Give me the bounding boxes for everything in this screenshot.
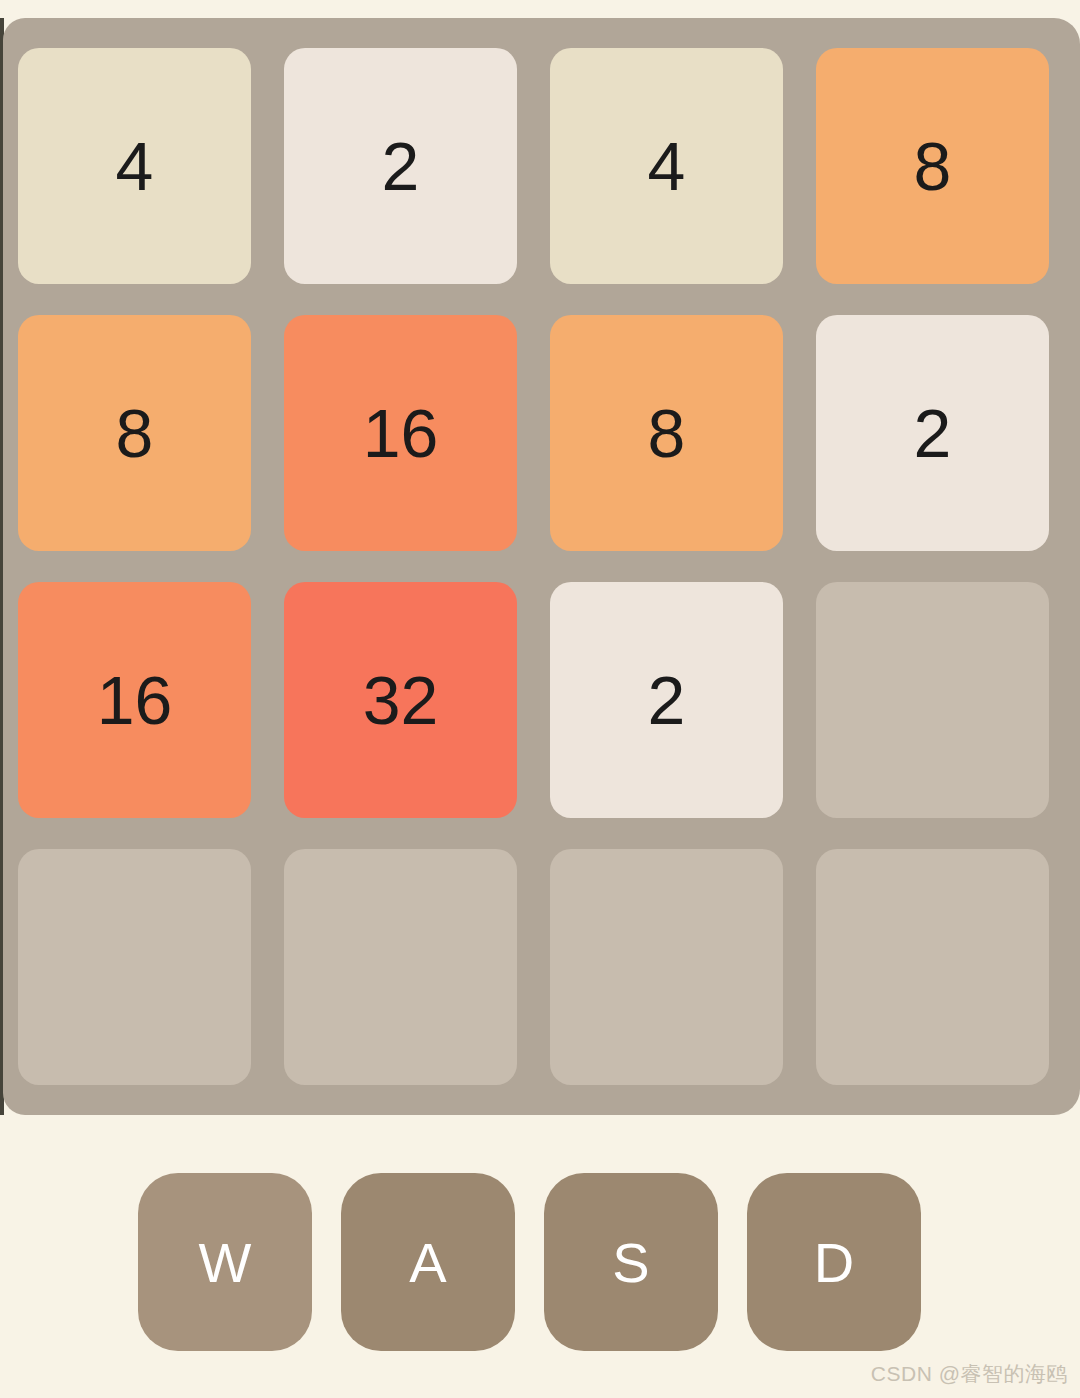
empty-cell-r4c3 bbox=[550, 849, 783, 1085]
tile-value: 32 bbox=[363, 661, 439, 739]
tile-grid: 42488168216322 bbox=[18, 48, 1051, 1085]
empty-cell-r4c4 bbox=[816, 849, 1049, 1085]
tile-2-r1c2: 2 bbox=[284, 48, 517, 284]
key-a-button[interactable]: A bbox=[341, 1173, 515, 1351]
tile-2-r3c3: 2 bbox=[550, 582, 783, 818]
tile-value: 8 bbox=[914, 127, 952, 205]
tile-4-r1c1: 4 bbox=[18, 48, 251, 284]
tile-8-r2c3: 8 bbox=[550, 315, 783, 551]
tile-value: 8 bbox=[116, 394, 154, 472]
tile-value: 2 bbox=[648, 661, 686, 739]
tile-value: 2 bbox=[914, 394, 952, 472]
empty-cell-r4c2 bbox=[284, 849, 517, 1085]
tile-32-r3c2: 32 bbox=[284, 582, 517, 818]
tile-value: 2 bbox=[382, 127, 420, 205]
tile-16-r2c2: 16 bbox=[284, 315, 517, 551]
tile-2-r2c4: 2 bbox=[816, 315, 1049, 551]
key-w-button[interactable]: W bbox=[138, 1173, 312, 1351]
tile-value: 4 bbox=[648, 127, 686, 205]
wasd-controls: W A S D bbox=[138, 1173, 921, 1351]
empty-cell-r4c1 bbox=[18, 849, 251, 1085]
tile-value: 16 bbox=[97, 661, 173, 739]
tile-16-r3c1: 16 bbox=[18, 582, 251, 818]
empty-cell-r3c4 bbox=[816, 582, 1049, 818]
tile-8-r1c4: 8 bbox=[816, 48, 1049, 284]
tile-value: 16 bbox=[363, 394, 439, 472]
tile-value: 8 bbox=[648, 394, 686, 472]
board-2048: 42488168216322 bbox=[3, 18, 1080, 1115]
key-d-button[interactable]: D bbox=[747, 1173, 921, 1351]
watermark: CSDN @睿智的海鸥 bbox=[871, 1360, 1068, 1388]
tile-value: 4 bbox=[116, 127, 154, 205]
tile-4-r1c3: 4 bbox=[550, 48, 783, 284]
tile-8-r2c1: 8 bbox=[18, 315, 251, 551]
key-s-button[interactable]: S bbox=[544, 1173, 718, 1351]
